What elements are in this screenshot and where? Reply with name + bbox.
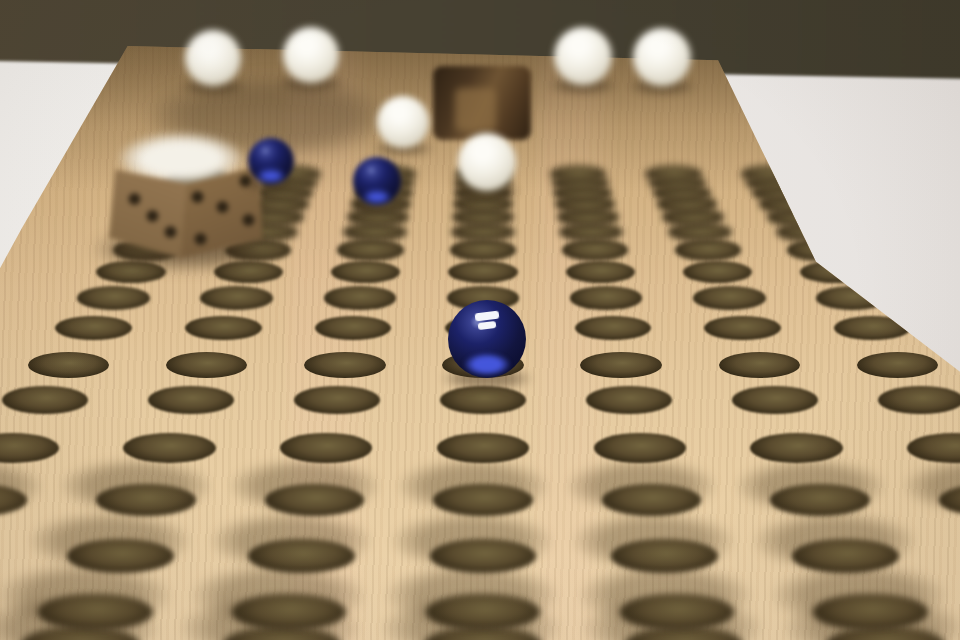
- white-marble[interactable]: [185, 30, 241, 86]
- marble-refraction-glow: [363, 190, 392, 204]
- marble-highlight: [474, 310, 499, 321]
- blue-marble[interactable]: [248, 138, 294, 184]
- pieces-layer: [0, 0, 960, 640]
- white-marble[interactable]: [283, 27, 339, 83]
- die-pip: [190, 190, 205, 204]
- white-marble[interactable]: [458, 133, 516, 191]
- white-marble[interactable]: [554, 27, 612, 85]
- blue-marble[interactable]: [448, 300, 526, 378]
- die-pip: [145, 209, 160, 223]
- marble-refraction-glow: [464, 353, 511, 376]
- blue-marble[interactable]: [353, 157, 401, 205]
- marble-highlight: [477, 321, 496, 330]
- white-marble[interactable]: [377, 96, 429, 148]
- marble-refraction-glow: [257, 169, 285, 183]
- die-pip: [163, 225, 178, 239]
- wooden-die[interactable]: [104, 140, 264, 258]
- white-marble[interactable]: [633, 28, 691, 86]
- board-photo-scene: [0, 0, 960, 640]
